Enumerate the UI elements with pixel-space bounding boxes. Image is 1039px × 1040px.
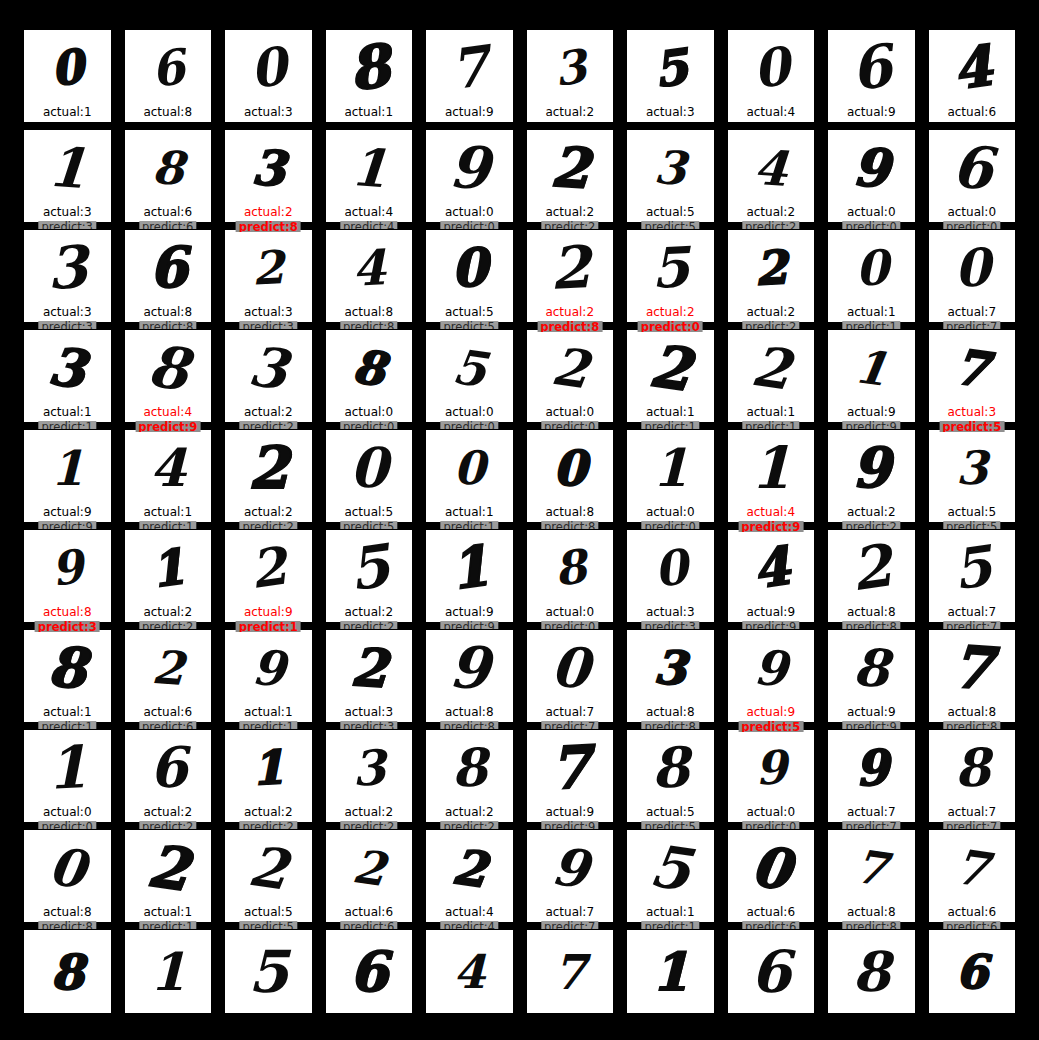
digit-glyph: 7: [548, 737, 591, 797]
digit-glyph: 1: [652, 946, 688, 998]
digit-image: 5: [326, 530, 413, 605]
digit-glyph: 4: [752, 142, 789, 192]
digit-cell-r9c2: 2actual:1predict:1: [125, 830, 212, 922]
digit-glyph: 8: [450, 741, 489, 795]
digit-glyph: 3: [46, 339, 89, 396]
digit-cell-r7c4: 2actual:3predict:3: [326, 630, 413, 722]
predict-label: predict:2: [843, 521, 900, 529]
digit-cell-r9c8: 0actual:6predict:6: [728, 830, 815, 922]
predict-label: predict:8: [541, 521, 598, 529]
digit-cell-r1c6: 3actual:2: [527, 30, 614, 122]
digit-image: 3: [627, 130, 714, 205]
digit-image: 0: [24, 830, 111, 905]
digit-glyph: 6: [350, 944, 388, 999]
actual-label: actual:6: [125, 205, 212, 222]
actual-label: actual:8: [125, 305, 212, 322]
predict-label: predict:3: [240, 321, 297, 329]
digit-glyph: 6: [950, 137, 994, 198]
digit-glyph: 4: [749, 539, 792, 596]
digit-image: 0: [828, 230, 915, 305]
digit-glyph: 5: [949, 538, 995, 598]
digit-glyph: 0: [952, 241, 991, 295]
digit-glyph: 9: [48, 542, 86, 592]
digit-glyph: 7: [852, 842, 890, 892]
digit-cell-r7c9: 8actual:9predict:9: [828, 630, 915, 722]
digit-glyph: 7: [952, 341, 992, 393]
digit-glyph: 9: [548, 839, 591, 896]
digit-cell-r8c4: 3actual:2predict:2: [326, 730, 413, 822]
digit-glyph: 8: [51, 948, 84, 996]
digit-glyph: 0: [549, 639, 591, 697]
digit-cell-r6c4: 5actual:2predict:2: [326, 530, 413, 622]
digit-image: 1: [125, 530, 212, 605]
digit-glyph: 8: [551, 542, 589, 592]
actual-label: actual:0: [24, 805, 111, 822]
predict-label: predict:4: [441, 921, 498, 929]
digit-glyph: 2: [449, 841, 489, 893]
actual-label: actual:6: [728, 905, 815, 922]
mnist-prediction-figure: 0actual:16actual:80actual:38actual:17act…: [0, 0, 1039, 1040]
digit-cell-r4c3: 3actual:2predict:2: [225, 330, 312, 422]
digit-glyph: 2: [245, 838, 291, 898]
predict-label: predict:5: [340, 521, 397, 529]
digit-image: 4: [728, 530, 815, 605]
actual-label: actual:8: [828, 905, 915, 922]
digit-glyph: 6: [147, 239, 188, 296]
digit-glyph: 0: [749, 39, 792, 96]
digit-glyph: 4: [150, 442, 186, 494]
digit-glyph: 3: [46, 237, 89, 297]
digit-glyph: 2: [548, 339, 591, 396]
predict-label: predict:0: [642, 521, 699, 529]
digit-glyph: 9: [853, 743, 889, 793]
actual-label: actual:2: [225, 505, 312, 522]
digit-image: 7: [929, 630, 1016, 705]
predict-label: predict:1: [236, 621, 301, 632]
digit-image: 8: [24, 930, 111, 1013]
predict-label: predict:0: [39, 821, 96, 829]
digit-glyph: 3: [551, 42, 589, 92]
digit-glyph: 6: [847, 36, 895, 99]
digit-cell-r6c8: 4actual:9predict:9: [728, 530, 815, 622]
digit-cell-r5c7: 1actual:0predict:0: [627, 430, 714, 522]
actual-label: actual:0: [426, 205, 513, 222]
actual-label: actual:5: [426, 305, 513, 322]
digit-glyph: 1: [751, 439, 791, 497]
actual-label: actual:2: [828, 505, 915, 522]
actual-label: actual:7: [929, 805, 1016, 822]
digit-image: 0: [728, 830, 815, 905]
actual-label: actual:4: [728, 505, 815, 522]
digit-image: 8: [326, 330, 413, 405]
digit-image: 5: [929, 530, 1016, 605]
actual-label: actual:2: [225, 805, 312, 822]
digit-image: 8: [828, 630, 915, 705]
predict-label: predict:0: [638, 321, 703, 332]
predict-label: predict:3: [642, 621, 699, 629]
digit-image: 1: [24, 730, 111, 805]
digit-cell-r5c8: 1actual:4predict:9: [728, 430, 815, 522]
predict-label: predict:8: [340, 321, 397, 329]
digit-cell-r2c10: 6actual:0predict:0: [929, 130, 1016, 222]
digit-cell-r9c7: 5actual:1predict:1: [627, 830, 714, 922]
predict-label: predict:4: [340, 221, 397, 229]
digit-image: 2: [527, 130, 614, 205]
digit-glyph: 2: [548, 237, 591, 297]
digit-image: 0: [627, 530, 714, 605]
digit-glyph: 8: [650, 739, 691, 796]
digit-image: 9: [828, 130, 915, 205]
digit-cell-r3c9: 0actual:1predict:1: [828, 230, 915, 322]
predict-label: predict:1: [843, 321, 900, 329]
digit-cell-r3c3: 2actual:3predict:3: [225, 230, 312, 322]
predict-label: predict:6: [139, 721, 196, 729]
digit-cell-r1c10: 4actual:6: [929, 30, 1016, 122]
digit-cell-r8c3: 1actual:2predict:2: [225, 730, 312, 822]
actual-label: actual:2: [728, 305, 815, 322]
digit-cell-r5c6: 0actual:8predict:8: [527, 430, 614, 522]
digit-cell-r9c10: 7actual:6predict:6: [929, 830, 1016, 922]
actual-label: actual:9: [225, 605, 312, 622]
predict-label: predict:8: [642, 721, 699, 729]
actual-label: actual:3: [225, 305, 312, 322]
digit-image: 0: [326, 430, 413, 505]
digit-cell-r9c5: 2actual:4predict:4: [426, 830, 513, 922]
digit-image: 2: [125, 830, 212, 905]
digit-glyph: 5: [449, 341, 489, 393]
predict-label: predict:2: [742, 321, 799, 329]
digit-cell-r4c7: 2actual:1predict:1: [627, 330, 714, 422]
digit-glyph: 7: [950, 637, 994, 698]
digit-glyph: 0: [650, 541, 690, 593]
actual-label: actual:2: [125, 805, 212, 822]
digit-glyph: 0: [853, 243, 889, 293]
actual-label: actual:6: [929, 905, 1016, 922]
predict-label: predict:0: [541, 621, 598, 629]
digit-cell-r6c3: 2actual:9predict:1: [225, 530, 312, 622]
digit-image: 9: [828, 430, 915, 505]
digit-image: 5: [426, 330, 513, 405]
predict-label: predict:9: [135, 421, 200, 432]
digit-glyph: 4: [453, 949, 485, 995]
predict-label: predict:0: [441, 421, 498, 429]
digit-image: 8: [929, 730, 1016, 805]
predict-label: predict:2: [742, 221, 799, 229]
predict-label: predict:0: [742, 821, 799, 829]
digit-glyph: 8: [345, 36, 393, 99]
digit-image: 3: [225, 330, 312, 405]
actual-label: actual:1: [125, 505, 212, 522]
digit-cell-r6c2: 1actual:2predict:2: [125, 530, 212, 622]
digit-glyph: 8: [46, 639, 88, 697]
actual-label: actual:8: [828, 605, 915, 622]
predict-label: predict:5: [939, 421, 1004, 432]
predict-label: predict:1: [742, 421, 799, 429]
digit-cell-r4c9: 1actual:9predict:9: [828, 330, 915, 422]
actual-label: actual:8: [24, 605, 111, 622]
digit-image: 4: [929, 30, 1016, 105]
digit-image: 0: [426, 430, 513, 505]
digit-cell-r4c10: 7actual:3predict:5: [929, 330, 1016, 422]
digit-cell-r1c1: 0actual:1: [24, 30, 111, 122]
predict-label: predict:3: [39, 321, 96, 329]
digit-image: 2: [326, 630, 413, 705]
actual-label: actual:1: [125, 905, 212, 922]
digit-glyph: 1: [150, 946, 186, 998]
actual-label: actual:0: [426, 405, 513, 422]
digit-glyph: 7: [553, 948, 586, 996]
digit-image: 1: [627, 430, 714, 505]
actual-label: actual:7: [929, 305, 1016, 322]
actual-label: actual:3: [627, 605, 714, 622]
digit-cell-r4c6: 2actual:0predict:0: [527, 330, 614, 422]
digit-glyph: 1: [46, 139, 88, 197]
actual-label: actual:1: [24, 705, 111, 722]
actual-label: actual:5: [627, 205, 714, 222]
digit-glyph: 2: [748, 338, 794, 398]
digit-image: 7: [828, 830, 915, 905]
actual-label: actual:0: [929, 205, 1016, 222]
digit-glyph: 1: [251, 744, 285, 792]
digit-image: 8: [125, 330, 212, 405]
digit-cell-r3c10: 0actual:7predict:7: [929, 230, 1016, 322]
predict-label: predict:8: [39, 921, 96, 929]
digit-cell-r3c5: 0actual:5predict:5: [426, 230, 513, 322]
actual-label: actual:9: [426, 605, 513, 622]
predict-label: predict:7: [843, 821, 900, 829]
predict-label: predict:5: [441, 321, 498, 329]
digit-image: 3: [225, 130, 312, 205]
digit-glyph: 0: [247, 39, 290, 96]
actual-label: actual:8: [125, 105, 212, 122]
digit-cell-r10c7: 1: [627, 930, 714, 1013]
digit-cell-r9c1: 0actual:8predict:8: [24, 830, 111, 922]
actual-label: actual:9: [728, 605, 815, 622]
actual-label: actual:8: [326, 305, 413, 322]
actual-label: actual:8: [929, 705, 1016, 722]
digit-cell-r8c10: 8actual:7predict:7: [929, 730, 1016, 822]
digit-cell-r7c1: 8actual:1predict:1: [24, 630, 111, 722]
digit-cell-r2c1: 1actual:3predict:3: [24, 130, 111, 222]
digit-cell-r8c9: 9actual:7predict:7: [828, 730, 915, 822]
predict-label: predict:2: [139, 821, 196, 829]
predict-label: predict:2: [340, 621, 397, 629]
digit-cell-r3c2: 6actual:8predict:8: [125, 230, 212, 322]
digit-cell-r4c8: 2actual:1predict:1: [728, 330, 815, 422]
actual-label: actual:3: [24, 305, 111, 322]
digit-image: 1: [728, 430, 815, 505]
digit-image: 6: [125, 730, 212, 805]
digit-image: 1: [828, 330, 915, 405]
digit-cell-r7c5: 9actual:8predict:8: [426, 630, 513, 722]
digit-cell-r2c9: 9actual:0predict:0: [828, 130, 915, 222]
actual-label: actual:8: [527, 505, 614, 522]
digit-cell-r9c3: 2actual:5predict:5: [225, 830, 312, 922]
digit-cell-r7c8: 9actual:9predict:5: [728, 630, 815, 722]
digit-image: 3: [24, 330, 111, 405]
digit-glyph: 5: [650, 239, 691, 296]
predict-label: predict:8: [139, 321, 196, 329]
predict-label: predict:1: [642, 921, 699, 929]
actual-label: actual:5: [326, 505, 413, 522]
predict-label: predict:2: [240, 421, 297, 429]
digit-image: 1: [627, 930, 714, 1013]
digit-cell-r3c4: 4actual:8predict:8: [326, 230, 413, 322]
digit-image: 4: [426, 930, 513, 1013]
digit-image: 5: [627, 830, 714, 905]
actual-label: actual:2: [326, 605, 413, 622]
digit-cell-r6c9: 2actual:8predict:8: [828, 530, 915, 622]
predict-label: predict:9: [843, 421, 900, 429]
digit-image: 9: [728, 630, 815, 705]
digit-cell-r10c4: 6: [326, 930, 413, 1013]
digit-cell-r2c4: 1actual:4predict:4: [326, 130, 413, 222]
digit-cell-r10c3: 5: [225, 930, 312, 1013]
digit-glyph: 0: [48, 42, 86, 92]
predict-label: predict:7: [943, 821, 1000, 829]
digit-image: 8: [426, 730, 513, 805]
actual-label: actual:5: [627, 805, 714, 822]
actual-label: actual:2: [527, 105, 614, 122]
digit-image: 4: [125, 430, 212, 505]
actual-label: actual:9: [24, 505, 111, 522]
digit-cell-r4c4: 8actual:0predict:0: [326, 330, 413, 422]
digit-cell-r1c3: 0actual:3: [225, 30, 312, 122]
predict-label: predict:1: [642, 421, 699, 429]
digit-image: 9: [24, 530, 111, 605]
digit-image: 7: [426, 30, 513, 105]
actual-label: actual:9: [828, 405, 915, 422]
digit-cell-r8c6: 7actual:9predict:9: [527, 730, 614, 822]
digit-glyph: 2: [549, 139, 591, 197]
actual-label: actual:3: [326, 705, 413, 722]
digit-cell-r7c7: 3actual:8predict:8: [627, 630, 714, 722]
digit-image: 7: [929, 330, 1016, 405]
actual-label: actual:2: [225, 205, 312, 222]
digit-cell-r6c10: 5actual:7predict:7: [929, 530, 1016, 622]
digit-glyph: 3: [653, 143, 688, 191]
actual-label: actual:9: [527, 805, 614, 822]
predict-label: predict:5: [943, 521, 1000, 529]
digit-cell-r1c4: 8actual:1: [326, 30, 413, 122]
digit-glyph: 8: [851, 640, 891, 694]
digit-cell-r5c4: 0actual:5predict:5: [326, 430, 413, 522]
digit-cell-r3c7: 5actual:2predict:0: [627, 230, 714, 322]
predict-label: predict:8: [843, 921, 900, 929]
predict-label: predict:9: [738, 521, 803, 532]
digit-cell-r8c1: 1actual:0predict:0: [24, 730, 111, 822]
digit-glyph: 5: [650, 41, 690, 93]
digit-glyph: 3: [245, 338, 291, 398]
digit-image: 8: [125, 130, 212, 205]
predict-label: predict:1: [240, 721, 297, 729]
digit-cell-r9c9: 7actual:8predict:8: [828, 830, 915, 922]
digit-cell-r10c10: 6: [929, 930, 1016, 1013]
digit-image: 6: [929, 930, 1016, 1013]
actual-label: actual:7: [828, 805, 915, 822]
digit-image: 8: [627, 730, 714, 805]
digit-cell-r5c2: 4actual:1predict:1: [125, 430, 212, 522]
digit-image: 2: [627, 330, 714, 405]
actual-label: actual:7: [527, 705, 614, 722]
predict-label: predict:2: [139, 621, 196, 629]
digit-image: 0: [728, 30, 815, 105]
digit-image: 1: [426, 530, 513, 605]
digit-glyph: 2: [248, 439, 288, 497]
digit-image: 2: [125, 630, 212, 705]
actual-label: actual:1: [627, 905, 714, 922]
digit-cell-r9c6: 9actual:7predict:7: [527, 830, 614, 922]
digit-image: 2: [527, 230, 614, 305]
digit-cell-r8c2: 6actual:2predict:2: [125, 730, 212, 822]
digit-image: 9: [828, 730, 915, 805]
actual-label: actual:1: [24, 405, 111, 422]
digit-image: 8: [828, 930, 915, 1013]
digit-image: 4: [728, 130, 815, 205]
digit-cell-r4c5: 5actual:0predict:0: [426, 330, 513, 422]
digit-image: 1: [24, 130, 111, 205]
actual-label: actual:0: [728, 805, 815, 822]
predict-label: predict:6: [943, 921, 1000, 929]
predict-label: predict:9: [843, 721, 900, 729]
digit-image: 9: [527, 830, 614, 905]
digit-cell-r8c7: 8actual:5predict:5: [627, 730, 714, 822]
actual-label: actual:6: [929, 105, 1016, 122]
actual-label: actual:2: [527, 305, 614, 322]
predict-label: predict:7: [541, 921, 598, 929]
predict-label: predict:5: [240, 921, 297, 929]
digit-glyph: 0: [553, 444, 586, 492]
digit-image: 6: [828, 30, 915, 105]
actual-label: actual:4: [326, 205, 413, 222]
actual-label: actual:0: [527, 605, 614, 622]
digit-glyph: 0: [350, 440, 388, 495]
digit-glyph: 6: [148, 41, 188, 93]
digit-glyph: 9: [447, 637, 491, 698]
digit-cell-r10c2: 1: [125, 930, 212, 1013]
digit-cell-r9c4: 2actual:6predict:6: [326, 830, 413, 922]
digit-glyph: 6: [147, 739, 188, 796]
digit-image: 3: [527, 30, 614, 105]
digit-glyph: 7: [446, 38, 492, 98]
predict-label: predict:0: [943, 221, 1000, 229]
actual-label: actual:3: [929, 405, 1016, 422]
digit-cell-r8c8: 9actual:0predict:0: [728, 730, 815, 822]
actual-label: actual:2: [426, 805, 513, 822]
actual-label: actual:1: [828, 305, 915, 322]
digit-image: 5: [225, 930, 312, 1013]
predict-label: predict:0: [340, 421, 397, 429]
digit-glyph: 2: [144, 836, 192, 899]
actual-label: actual:4: [125, 405, 212, 422]
digit-glyph: 8: [350, 342, 388, 392]
actual-label: actual:1: [426, 505, 513, 522]
predict-label: predict:0: [843, 221, 900, 229]
digit-cell-r10c5: 4: [426, 930, 513, 1013]
digit-glyph: 5: [345, 536, 393, 599]
digit-glyph: 1: [51, 444, 84, 492]
digit-image: 2: [326, 830, 413, 905]
digit-image: 6: [929, 130, 1016, 205]
predict-label: predict:2: [541, 221, 598, 229]
digit-image: 8: [326, 30, 413, 105]
digit-glyph: 8: [952, 741, 991, 795]
actual-label: actual:0: [326, 405, 413, 422]
digit-image: 6: [125, 230, 212, 305]
digit-image: 9: [728, 730, 815, 805]
digit-glyph: 1: [852, 342, 890, 392]
digit-cell-r1c8: 0actual:4: [728, 30, 815, 122]
